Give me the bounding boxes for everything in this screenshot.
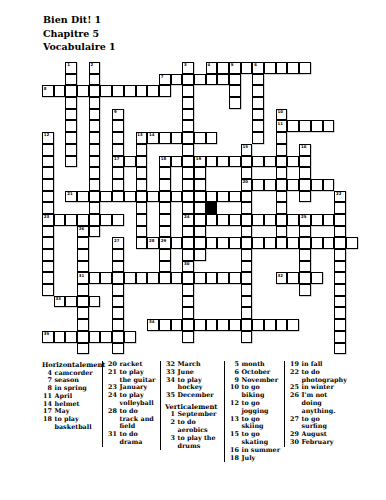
grid-cell[interactable] bbox=[217, 319, 229, 331]
grid-cell[interactable] bbox=[77, 319, 89, 331]
grid-cell[interactable] bbox=[252, 179, 264, 191]
grid-cell[interactable] bbox=[276, 202, 288, 214]
grid-cell[interactable] bbox=[206, 132, 218, 144]
grid-cell[interactable] bbox=[65, 214, 77, 226]
grid-cell[interactable] bbox=[182, 307, 194, 319]
grid-cell[interactable] bbox=[77, 261, 89, 273]
grid-cell[interactable] bbox=[194, 191, 206, 203]
grid-cell[interactable] bbox=[206, 319, 218, 331]
grid-cell[interactable] bbox=[89, 167, 101, 179]
grid-cell[interactable] bbox=[299, 284, 311, 296]
grid-cell[interactable] bbox=[194, 249, 206, 261]
grid-cell[interactable] bbox=[194, 179, 206, 191]
grid-cell[interactable]: 4 bbox=[206, 62, 218, 74]
grid-cell[interactable] bbox=[194, 167, 206, 179]
grid-cell[interactable] bbox=[136, 237, 148, 249]
grid-cell[interactable] bbox=[229, 74, 241, 86]
grid-cell[interactable] bbox=[159, 226, 171, 238]
grid-cell[interactable] bbox=[252, 109, 264, 121]
grid-cell[interactable] bbox=[89, 179, 101, 191]
grid-cell[interactable] bbox=[241, 331, 253, 343]
grid-cell[interactable] bbox=[147, 272, 159, 284]
grid-cell[interactable] bbox=[334, 261, 346, 273]
grid-gap bbox=[206, 179, 218, 191]
grid-cell[interactable] bbox=[252, 214, 264, 226]
grid-cell[interactable] bbox=[323, 214, 335, 226]
grid-cell[interactable] bbox=[136, 144, 148, 156]
grid-cell[interactable] bbox=[89, 144, 101, 156]
grid-cell[interactable] bbox=[311, 237, 323, 249]
grid-cell[interactable] bbox=[241, 191, 253, 203]
grid-cell[interactable]: 19 bbox=[194, 156, 206, 168]
grid-cell[interactable] bbox=[124, 272, 136, 284]
grid-cell[interactable] bbox=[299, 156, 311, 168]
grid-cell[interactable] bbox=[252, 156, 264, 168]
grid-cell[interactable] bbox=[182, 284, 194, 296]
grid-cell[interactable] bbox=[112, 179, 124, 191]
grid-cell[interactable] bbox=[124, 85, 136, 97]
grid-cell[interactable] bbox=[54, 85, 66, 97]
grid-cell[interactable] bbox=[42, 156, 54, 168]
grid-cell[interactable]: 32 bbox=[276, 272, 288, 284]
grid-cell[interactable] bbox=[77, 296, 89, 308]
grid-cell[interactable]: 1 bbox=[65, 62, 77, 74]
grid-gap bbox=[264, 120, 276, 132]
grid-cell[interactable] bbox=[264, 237, 276, 249]
grid-cell[interactable]: 8 bbox=[42, 85, 54, 97]
grid-cell[interactable] bbox=[276, 214, 288, 226]
grid-cell[interactable] bbox=[89, 132, 101, 144]
grid-cell[interactable] bbox=[159, 132, 171, 144]
grid-cell[interactable] bbox=[112, 261, 124, 273]
grid-cell[interactable] bbox=[171, 156, 183, 168]
grid-cell[interactable]: 21 bbox=[65, 191, 77, 203]
grid-cell[interactable] bbox=[159, 167, 171, 179]
grid-cell[interactable] bbox=[287, 179, 299, 191]
grid-cell[interactable] bbox=[89, 214, 101, 226]
grid-cell[interactable] bbox=[252, 74, 264, 86]
grid-cell[interactable] bbox=[65, 74, 77, 86]
grid-cell[interactable] bbox=[89, 97, 101, 109]
grid-cell[interactable] bbox=[276, 226, 288, 238]
grid-cell[interactable] bbox=[276, 167, 288, 179]
grid-cell[interactable] bbox=[287, 319, 299, 331]
grid-cell[interactable] bbox=[182, 156, 194, 168]
grid-cell[interactable] bbox=[241, 62, 253, 74]
grid-cell[interactable] bbox=[65, 331, 77, 343]
grid-cell[interactable] bbox=[77, 85, 89, 97]
grid-cell[interactable] bbox=[171, 272, 183, 284]
grid-cell[interactable] bbox=[206, 272, 218, 284]
grid-cell[interactable] bbox=[217, 62, 229, 74]
grid-cell[interactable] bbox=[334, 284, 346, 296]
grid-cell[interactable] bbox=[159, 179, 171, 191]
grid-cell[interactable] bbox=[100, 272, 112, 284]
grid-cell[interactable] bbox=[182, 226, 194, 238]
grid-cell[interactable] bbox=[276, 144, 288, 156]
grid-cell[interactable] bbox=[194, 202, 206, 214]
grid-cell[interactable] bbox=[89, 109, 101, 121]
grid-cell[interactable] bbox=[42, 191, 54, 203]
grid-cell[interactable] bbox=[194, 214, 206, 226]
grid-cell[interactable] bbox=[287, 156, 299, 168]
grid-cell[interactable] bbox=[276, 319, 288, 331]
grid-cell[interactable] bbox=[264, 214, 276, 226]
grid-cell[interactable] bbox=[182, 202, 194, 214]
grid-cell[interactable]: 33 bbox=[54, 296, 66, 308]
grid-cell[interactable] bbox=[241, 296, 253, 308]
grid-cell[interactable] bbox=[194, 272, 206, 284]
grid-cell[interactable] bbox=[100, 214, 112, 226]
grid-cell[interactable] bbox=[241, 319, 253, 331]
grid-cell[interactable] bbox=[311, 272, 323, 284]
grid-cell[interactable] bbox=[65, 85, 77, 97]
grid-cell[interactable] bbox=[299, 191, 311, 203]
grid-cell[interactable] bbox=[112, 167, 124, 179]
grid-cell[interactable] bbox=[159, 191, 171, 203]
grid-cell[interactable] bbox=[346, 237, 358, 249]
grid-cell[interactable] bbox=[124, 191, 136, 203]
grid-cell[interactable] bbox=[112, 343, 124, 355]
grid-cell[interactable]: 17 bbox=[112, 156, 124, 168]
grid-cell[interactable] bbox=[89, 331, 101, 343]
grid-cell[interactable] bbox=[252, 120, 264, 132]
grid-cell[interactable] bbox=[334, 249, 346, 261]
grid-cell[interactable] bbox=[334, 343, 346, 355]
grid-cell[interactable] bbox=[171, 191, 183, 203]
grid-cell[interactable] bbox=[171, 132, 183, 144]
grid-cell[interactable] bbox=[77, 237, 89, 249]
grid-cell[interactable] bbox=[42, 249, 54, 261]
grid-cell[interactable]: 15 bbox=[241, 144, 253, 156]
grid-cell[interactable] bbox=[89, 272, 101, 284]
grid-cell[interactable] bbox=[334, 331, 346, 343]
grid-cell[interactable] bbox=[100, 331, 112, 343]
grid-cell[interactable] bbox=[264, 319, 276, 331]
grid-cell[interactable] bbox=[182, 296, 194, 308]
grid-cell[interactable] bbox=[89, 120, 101, 132]
grid-cell[interactable] bbox=[77, 307, 89, 319]
grid-cell[interactable] bbox=[252, 97, 264, 109]
grid-cell[interactable] bbox=[194, 319, 206, 331]
grid-cell[interactable] bbox=[241, 167, 253, 179]
grid-cell[interactable] bbox=[217, 272, 229, 284]
grid-cell[interactable] bbox=[299, 261, 311, 273]
grid-cell[interactable] bbox=[241, 156, 253, 168]
grid-cell[interactable] bbox=[276, 156, 288, 168]
grid-cell[interactable] bbox=[334, 237, 346, 249]
grid-cell[interactable] bbox=[171, 237, 183, 249]
grid-cell[interactable] bbox=[334, 319, 346, 331]
grid-cell[interactable] bbox=[217, 191, 229, 203]
grid-cell[interactable] bbox=[136, 167, 148, 179]
grid-cell[interactable] bbox=[182, 167, 194, 179]
grid-cell[interactable] bbox=[182, 109, 194, 121]
grid-cell[interactable] bbox=[65, 144, 77, 156]
grid-cell[interactable] bbox=[159, 319, 171, 331]
grid-cell[interactable] bbox=[65, 120, 77, 132]
grid-cell[interactable] bbox=[299, 237, 311, 249]
grid-cell[interactable] bbox=[124, 331, 136, 343]
grid-cell[interactable] bbox=[171, 319, 183, 331]
grid-cell[interactable] bbox=[77, 191, 89, 203]
grid-cell[interactable]: 2 bbox=[89, 62, 101, 74]
grid-cell[interactable]: 10 bbox=[276, 109, 288, 121]
grid-cell[interactable] bbox=[334, 296, 346, 308]
grid-cell[interactable] bbox=[206, 156, 218, 168]
grid-cell[interactable] bbox=[136, 202, 148, 214]
grid-cell[interactable] bbox=[252, 132, 264, 144]
grid-cell[interactable]: 34 bbox=[147, 319, 159, 331]
grid-cell[interactable]: 18 bbox=[159, 156, 171, 168]
grid-cell[interactable] bbox=[171, 74, 183, 86]
grid-cell[interactable]: 14 bbox=[147, 132, 159, 144]
grid-cell[interactable] bbox=[159, 85, 171, 97]
grid-cell[interactable] bbox=[229, 214, 241, 226]
grid-cell[interactable] bbox=[206, 237, 218, 249]
grid-cell[interactable] bbox=[54, 331, 66, 343]
grid-cell[interactable] bbox=[89, 156, 101, 168]
grid-cell[interactable]: 6 bbox=[252, 62, 264, 74]
grid-cell[interactable] bbox=[311, 214, 323, 226]
grid-cell[interactable] bbox=[229, 272, 241, 284]
grid-cell[interactable] bbox=[77, 214, 89, 226]
grid-cell[interactable] bbox=[77, 343, 89, 355]
grid-cell[interactable] bbox=[136, 214, 148, 226]
grid-cell[interactable] bbox=[334, 307, 346, 319]
grid-cell[interactable] bbox=[182, 97, 194, 109]
grid-cell[interactable] bbox=[217, 237, 229, 249]
grid-cell[interactable] bbox=[100, 191, 112, 203]
grid-cell[interactable] bbox=[276, 237, 288, 249]
grid-cell[interactable] bbox=[182, 132, 194, 144]
grid-cell[interactable]: 22 bbox=[334, 191, 346, 203]
grid-cell[interactable] bbox=[159, 214, 171, 226]
grid-cell[interactable] bbox=[112, 272, 124, 284]
grid-cell[interactable] bbox=[229, 97, 241, 109]
grid-cell[interactable] bbox=[287, 272, 299, 284]
grid-cell[interactable] bbox=[182, 319, 194, 331]
grid-cell[interactable] bbox=[206, 74, 218, 86]
cell-number: 1 bbox=[67, 63, 70, 67]
grid-cell[interactable] bbox=[241, 272, 253, 284]
grid-gap bbox=[217, 85, 229, 97]
grid-cell[interactable] bbox=[54, 214, 66, 226]
grid-cell[interactable] bbox=[182, 120, 194, 132]
grid-cell[interactable]: 9 bbox=[112, 109, 124, 121]
grid-cell[interactable] bbox=[229, 156, 241, 168]
grid-cell[interactable] bbox=[194, 132, 206, 144]
grid-cell[interactable] bbox=[42, 284, 54, 296]
grid-cell[interactable] bbox=[112, 132, 124, 144]
grid-cell[interactable] bbox=[42, 179, 54, 191]
grid-cell[interactable] bbox=[112, 191, 124, 203]
grid-cell[interactable] bbox=[77, 331, 89, 343]
grid-cell[interactable] bbox=[42, 167, 54, 179]
grid-cell[interactable] bbox=[77, 249, 89, 261]
grid-cell[interactable] bbox=[276, 62, 288, 74]
grid-cell[interactable] bbox=[299, 62, 311, 74]
grid-cell[interactable] bbox=[264, 179, 276, 191]
grid-cell[interactable] bbox=[182, 179, 194, 191]
grid-cell[interactable] bbox=[241, 237, 253, 249]
grid-cell[interactable] bbox=[112, 249, 124, 261]
grid-cell[interactable] bbox=[112, 144, 124, 156]
grid-cell[interactable] bbox=[136, 191, 148, 203]
grid-cell[interactable] bbox=[112, 307, 124, 319]
grid-cell[interactable]: 26 bbox=[77, 226, 89, 238]
grid-cell[interactable] bbox=[206, 214, 218, 226]
grid-cell[interactable] bbox=[241, 249, 253, 261]
grid-cell[interactable] bbox=[89, 226, 101, 238]
grid-cell[interactable] bbox=[112, 214, 124, 226]
grid-cell[interactable]: 20 bbox=[241, 179, 253, 191]
grid-cell[interactable] bbox=[241, 214, 253, 226]
grid-cell[interactable] bbox=[89, 296, 101, 308]
grid-cell[interactable] bbox=[311, 179, 323, 191]
grid-cell[interactable] bbox=[287, 237, 299, 249]
grid-cell[interactable]: 3 bbox=[182, 62, 194, 74]
grid-cell[interactable] bbox=[112, 296, 124, 308]
grid-cell[interactable] bbox=[241, 261, 253, 273]
grid-cell[interactable] bbox=[159, 272, 171, 284]
grid-cell[interactable] bbox=[241, 202, 253, 214]
grid-cell[interactable] bbox=[311, 120, 323, 132]
grid-cell[interactable] bbox=[182, 191, 194, 203]
grid-cell[interactable] bbox=[276, 191, 288, 203]
grid-cell[interactable]: 31 bbox=[77, 272, 89, 284]
grid-cell[interactable] bbox=[65, 156, 77, 168]
grid-cell[interactable] bbox=[112, 284, 124, 296]
grid-cell[interactable] bbox=[136, 272, 148, 284]
grid-cell[interactable] bbox=[299, 249, 311, 261]
grid-cell[interactable] bbox=[276, 132, 288, 144]
grid-cell[interactable]: 27 bbox=[112, 237, 124, 249]
grid-cell[interactable] bbox=[252, 237, 264, 249]
grid-cell[interactable] bbox=[112, 331, 124, 343]
grid-cell[interactable] bbox=[182, 249, 194, 261]
grid-cell[interactable] bbox=[194, 226, 206, 238]
grid-cell[interactable] bbox=[147, 85, 159, 97]
grid-cell[interactable] bbox=[217, 74, 229, 86]
grid-cell[interactable]: 25 bbox=[299, 214, 311, 226]
grid-cell[interactable] bbox=[241, 226, 253, 238]
grid-cell[interactable] bbox=[194, 74, 206, 86]
grid-cell[interactable]: 11 bbox=[276, 120, 288, 132]
grid-cell[interactable]: 23 bbox=[42, 214, 54, 226]
grid-cell[interactable] bbox=[229, 237, 241, 249]
grid-cell[interactable] bbox=[299, 272, 311, 284]
grid-cell[interactable] bbox=[65, 97, 77, 109]
grid-cell[interactable] bbox=[182, 74, 194, 86]
grid-cell[interactable] bbox=[42, 226, 54, 238]
grid-cell[interactable]: 13 bbox=[136, 132, 148, 144]
grid-cell[interactable] bbox=[299, 226, 311, 238]
grid-cell[interactable] bbox=[159, 249, 171, 261]
grid-cell[interactable] bbox=[65, 132, 77, 144]
grid-cell[interactable]: 35 bbox=[42, 331, 54, 343]
grid-cell[interactable] bbox=[77, 284, 89, 296]
grid-cell[interactable] bbox=[229, 85, 241, 97]
grid-cell[interactable]: 28 bbox=[147, 237, 159, 249]
grid-cell[interactable] bbox=[334, 214, 346, 226]
grid-cell[interactable] bbox=[89, 202, 101, 214]
grid-cell[interactable] bbox=[182, 85, 194, 97]
grid-cell[interactable]: 29 bbox=[159, 237, 171, 249]
grid-cell[interactable] bbox=[264, 62, 276, 74]
grid-cell[interactable] bbox=[124, 156, 136, 168]
grid-cell[interactable] bbox=[42, 202, 54, 214]
grid-cell[interactable] bbox=[287, 62, 299, 74]
grid-cell[interactable]: 30 bbox=[182, 261, 194, 273]
grid-cell[interactable] bbox=[217, 214, 229, 226]
grid-cell[interactable] bbox=[299, 167, 311, 179]
grid-cell[interactable]: 24 bbox=[182, 214, 194, 226]
grid-cell[interactable] bbox=[252, 85, 264, 97]
grid-cell[interactable] bbox=[159, 261, 171, 273]
grid-cell[interactable] bbox=[182, 331, 194, 343]
grid-cell[interactable] bbox=[241, 307, 253, 319]
grid-cell[interactable] bbox=[241, 284, 253, 296]
grid-cell[interactable] bbox=[136, 85, 148, 97]
grid-cell[interactable] bbox=[323, 237, 335, 249]
grid-cell[interactable] bbox=[299, 120, 311, 132]
grid-cell[interactable] bbox=[42, 237, 54, 249]
grid-cell[interactable] bbox=[264, 156, 276, 168]
grid-cell[interactable] bbox=[182, 272, 194, 284]
grid-cell[interactable] bbox=[89, 85, 101, 97]
grid-cell[interactable]: 12 bbox=[42, 132, 54, 144]
grid-cell[interactable] bbox=[217, 156, 229, 168]
grid-cell[interactable] bbox=[100, 85, 112, 97]
grid-cell[interactable] bbox=[334, 226, 346, 238]
grid-cell[interactable] bbox=[323, 120, 335, 132]
grid-cell[interactable] bbox=[89, 191, 101, 203]
grid-cell[interactable] bbox=[229, 319, 241, 331]
grid-cell[interactable] bbox=[229, 191, 241, 203]
grid-cell[interactable]: 16 bbox=[299, 144, 311, 156]
grid-cell[interactable] bbox=[112, 319, 124, 331]
grid-cell[interactable] bbox=[42, 272, 54, 284]
grid-cell[interactable] bbox=[147, 191, 159, 203]
grid-cell[interactable] bbox=[252, 319, 264, 331]
grid-cell[interactable] bbox=[136, 179, 148, 191]
grid-cell[interactable] bbox=[42, 261, 54, 273]
grid-cell[interactable] bbox=[42, 144, 54, 156]
grid-cell[interactable]: 5 bbox=[229, 62, 241, 74]
grid-cell[interactable] bbox=[136, 226, 148, 238]
grid-cell[interactable] bbox=[182, 144, 194, 156]
grid-cell[interactable] bbox=[334, 272, 346, 284]
grid-cell[interactable] bbox=[182, 237, 194, 249]
grid-cell[interactable] bbox=[112, 85, 124, 97]
grid-cell[interactable] bbox=[299, 179, 311, 191]
grid-cell[interactable] bbox=[65, 296, 77, 308]
grid-cell[interactable] bbox=[206, 191, 218, 203]
grid-cell[interactable] bbox=[65, 109, 77, 121]
grid-cell[interactable] bbox=[112, 120, 124, 132]
grid-cell[interactable] bbox=[287, 120, 299, 132]
grid-cell[interactable] bbox=[159, 202, 171, 214]
grid-cell[interactable] bbox=[323, 179, 335, 191]
grid-cell[interactable] bbox=[287, 214, 299, 226]
grid-cell[interactable] bbox=[136, 156, 148, 168]
grid-cell[interactable] bbox=[334, 202, 346, 214]
grid-cell[interactable] bbox=[89, 74, 101, 86]
grid-cell[interactable] bbox=[194, 237, 206, 249]
grid-cell[interactable]: 7 bbox=[159, 74, 171, 86]
grid-cell[interactable] bbox=[276, 179, 288, 191]
